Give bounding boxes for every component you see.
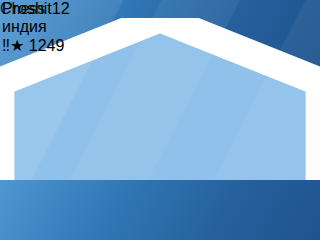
player-name-top: Proshit12 [2,0,84,18]
player-rating-top: 1249 [29,37,65,54]
player-badges-top: ‼★ [2,37,24,54]
player-card-top: Proshit12 индия ‼★ 1249 [2,0,84,58]
player-country-top: индия [2,18,84,36]
